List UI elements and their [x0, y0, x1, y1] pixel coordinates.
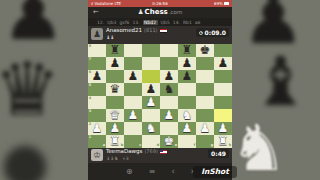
bg-blur-circle [4, 146, 46, 180]
piece-white-p-f2[interactable]: ♟ [178, 121, 196, 134]
square-d4[interactable]: ♟ [142, 96, 160, 109]
clock-icon [199, 31, 203, 35]
bg-black-pawn-icon: ♟ [2, 0, 65, 50]
app-header: ← ♟ Chess .com [88, 7, 232, 18]
screenshot-stage: ♟ ♛ ♟ ♝ ♞ ıl Vodafone LTE 0:26:56 69% ← … [0, 0, 320, 180]
square-d1[interactable]: d [142, 135, 160, 148]
square-f6[interactable]: ♟ [178, 70, 196, 83]
square-b5[interactable]: ♛ [106, 83, 124, 96]
piece-black-p-f7[interactable]: ♟ [178, 56, 196, 69]
battery-icon [224, 2, 229, 5]
piece-white-p-e3[interactable]: ♟ [160, 108, 178, 121]
square-e3[interactable]: ♟ [160, 109, 178, 122]
square-c5[interactable] [124, 83, 142, 96]
top-player-rating: (811) [144, 28, 157, 33]
square-g6[interactable] [196, 70, 214, 83]
move-list-bar: 12.Qb3gxf613.Nbd2Qb514.Rb1a6 [88, 18, 232, 26]
logo-text: Chess [145, 9, 168, 16]
rank-label: 7 [89, 58, 91, 62]
battery-status: 69% [183, 1, 229, 6]
piece-black-p-e6[interactable]: ♟ [160, 69, 178, 82]
rank-label: 4 [89, 97, 91, 101]
square-d7[interactable] [142, 57, 160, 70]
top-player-name[interactable]: Anasomed21 [106, 28, 142, 34]
square-a4[interactable]: 4 [88, 96, 106, 109]
bottom-player-info: TeemaDawgs (769) ♝♝♞ +3 [106, 149, 167, 161]
top-player-avatar[interactable]: ♟ [91, 28, 103, 40]
piece-white-p-d4[interactable]: ♟ [142, 95, 160, 108]
square-d2[interactable]: ♞ [142, 122, 160, 135]
piece-black-p-c6[interactable]: ♟ [124, 69, 142, 82]
square-e8[interactable] [160, 44, 178, 57]
square-a6[interactable]: 6♟ [88, 70, 106, 83]
bottom-player-captured-pieces: ♝♝♞ [106, 156, 118, 161]
square-c3[interactable]: ♟ [124, 109, 142, 122]
square-e5[interactable]: ♞ [160, 83, 178, 96]
material-advantage-badge: +3 [122, 156, 129, 161]
square-g5[interactable] [196, 83, 214, 96]
background-right: ♟ ♝ ♞ [232, 0, 320, 180]
piece-black-r-b8[interactable]: ♜ [106, 43, 124, 56]
bottom-player-name[interactable]: TeemaDawgs [106, 149, 142, 155]
move-token[interactable]: gxf6 [119, 20, 129, 25]
square-g4[interactable] [196, 96, 214, 109]
square-d8[interactable] [142, 44, 160, 57]
top-player-clock: 0:09.0 [196, 28, 229, 37]
bottom-player-flag-icon [160, 150, 167, 155]
move-token[interactable]: 14. [173, 20, 180, 25]
square-f1[interactable]: f [178, 135, 196, 148]
bg-black-queen-icon: ♛ [0, 52, 60, 126]
logo-pawn-icon: ♟ [138, 9, 144, 16]
file-label: g [211, 144, 214, 148]
piece-white-r-h1[interactable]: ♜ [214, 134, 232, 147]
logo-suffix-text: .com [169, 10, 183, 16]
square-a2[interactable]: 2♟ [88, 122, 106, 135]
recording-timer: 0:26:56 [137, 1, 183, 6]
inshot-watermark: InShot [193, 166, 237, 178]
bg-black-bishop-icon: ♝ [250, 48, 311, 116]
square-a5[interactable]: 5 [88, 83, 106, 96]
top-player-time: 0:09.0 [205, 30, 226, 36]
piece-white-r-b1[interactable]: ♜ [106, 134, 124, 147]
piece-white-n-d2[interactable]: ♞ [142, 121, 160, 134]
square-g1[interactable]: g [196, 135, 214, 148]
square-g2[interactable]: ♟ [196, 122, 214, 135]
move-back-icon[interactable]: ‹ [172, 168, 175, 176]
square-c2[interactable] [124, 122, 142, 135]
top-player-info: Anasomed21 (811) ♝♝ [106, 28, 167, 40]
square-h4[interactable] [214, 96, 232, 109]
piece-white-p-h2[interactable]: ♟ [214, 121, 232, 134]
top-player-row[interactable]: ♟ Anasomed21 (811) ♝♝ 0:09.0 [88, 26, 232, 44]
chesscom-logo: ♟ Chess .com [138, 9, 183, 16]
file-label: f [194, 144, 196, 148]
bottom-player-avatar[interactable]: ♔ [91, 149, 103, 161]
file-label: a [103, 144, 105, 148]
piece-white-p-b2[interactable]: ♟ [106, 121, 124, 134]
square-c8[interactable] [124, 44, 142, 57]
top-player-flag-icon [160, 29, 167, 34]
square-b7[interactable]: ♟ [106, 57, 124, 70]
piece-white-p-a2[interactable]: ♟ [88, 121, 106, 134]
square-h7[interactable]: ♟ [214, 57, 232, 70]
move-token[interactable]: Nbd2 [143, 20, 158, 25]
piece-black-r-f8[interactable]: ♜ [178, 43, 196, 56]
top-player-captured-pieces: ♝♝ [106, 35, 167, 40]
square-f5[interactable] [178, 83, 196, 96]
background-left: ♟ ♛ [0, 0, 88, 180]
watermark-text: InShot [201, 168, 229, 176]
square-a8[interactable]: 8 [88, 44, 106, 57]
rank-label: 5 [89, 84, 91, 88]
file-label: c [139, 144, 141, 148]
piece-white-k-e1[interactable]: ♚ [160, 134, 178, 147]
battery-percent: 69% [214, 1, 223, 6]
piece-black-p-f6[interactable]: ♟ [178, 69, 196, 82]
back-arrow-icon[interactable]: ← [93, 9, 99, 16]
move-token[interactable]: Qb5 [161, 20, 170, 25]
move-token[interactable]: a6 [195, 20, 201, 25]
bg-white-knight-icon: ♞ [232, 116, 287, 180]
move-token[interactable]: Qb3 [107, 20, 116, 25]
square-g8[interactable]: ♚ [196, 44, 214, 57]
square-h5[interactable] [214, 83, 232, 96]
file-label: d [157, 144, 160, 148]
square-f2[interactable]: ♟ [178, 122, 196, 135]
options-icon[interactable]: ⊕ [126, 168, 133, 176]
chess-board: 8♜♜♚7♟♟♟6♟♟♟♟5♛♟♞4♟3♛♟♟♞2♟♟♞♟♟♟1ab♜cde♚f… [88, 44, 232, 148]
piece-black-p-b7[interactable]: ♟ [106, 56, 124, 69]
chess-app-screen: ıl Vodafone LTE 0:26:56 69% ← ♟ Chess .c… [88, 0, 232, 180]
square-a1[interactable]: 1a [88, 135, 106, 148]
move-token[interactable]: Rb1 [183, 20, 192, 25]
rank-label: 1 [89, 136, 91, 140]
piece-black-q-b5[interactable]: ♛ [106, 82, 124, 95]
move-token[interactable]: 13. [132, 20, 139, 25]
square-c1[interactable]: c [124, 135, 142, 148]
piece-white-q-b3[interactable]: ♛ [106, 108, 124, 121]
piece-black-n-e5[interactable]: ♞ [160, 82, 178, 95]
square-h1[interactable]: h♜ [214, 135, 232, 148]
square-h6[interactable] [214, 70, 232, 83]
piece-black-p-h7[interactable]: ♟ [214, 56, 232, 69]
piece-white-p-c3[interactable]: ♟ [124, 108, 142, 121]
piece-white-n-f3[interactable]: ♞ [178, 108, 196, 121]
piece-black-p-a6[interactable]: ♟ [88, 69, 106, 82]
bottom-player-row[interactable]: ♔ TeemaDawgs (769) ♝♝♞ +3 0:49 [88, 148, 232, 163]
menu-icon[interactable]: ≡ [149, 168, 156, 176]
square-c6[interactable]: ♟ [124, 70, 142, 83]
square-g7[interactable] [196, 57, 214, 70]
bottom-player-time: 0:49 [211, 151, 226, 157]
square-b1[interactable]: b♜ [106, 135, 124, 148]
bottom-player-rating: (769) [144, 149, 157, 154]
piece-black-k-g8[interactable]: ♚ [196, 43, 214, 56]
rank-label: 8 [89, 45, 91, 49]
move-token[interactable]: 12. [97, 20, 104, 25]
rank-label: 3 [89, 110, 91, 114]
carrier-label: ıl Vodafone LTE [91, 1, 137, 6]
square-e1[interactable]: e♚ [160, 135, 178, 148]
piece-black-p-d5[interactable]: ♟ [142, 82, 160, 95]
piece-white-p-g2[interactable]: ♟ [196, 121, 214, 134]
bottom-player-clock: 0:49 [208, 149, 229, 158]
status-bar: ıl Vodafone LTE 0:26:56 69% [88, 0, 232, 7]
